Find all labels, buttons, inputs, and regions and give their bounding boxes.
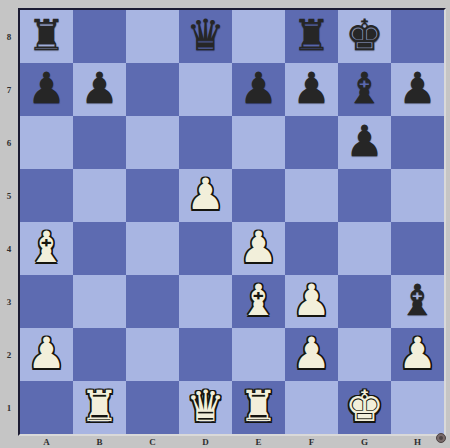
white-bishop-e3[interactable]: ♝ bbox=[239, 279, 278, 322]
file-label-c: C bbox=[126, 435, 179, 448]
square-g4[interactable] bbox=[338, 222, 391, 275]
file-label-d: D bbox=[179, 435, 232, 448]
chess-board: ♜♛♜♚♟♟♟♟♝♟♟♟♝♟♝♟♝♟♟♟♜♛♜♚ bbox=[20, 10, 444, 434]
square-a7[interactable]: ♟ bbox=[20, 63, 73, 116]
square-g2[interactable] bbox=[338, 328, 391, 381]
white-pawn-f3[interactable]: ♟ bbox=[292, 279, 331, 322]
square-f7[interactable]: ♟ bbox=[285, 63, 338, 116]
white-rook-b1[interactable]: ♜ bbox=[80, 385, 119, 428]
square-e1[interactable]: ♜ bbox=[232, 381, 285, 434]
square-a8[interactable]: ♜ bbox=[20, 10, 73, 63]
square-h7[interactable]: ♟ bbox=[391, 63, 444, 116]
white-pawn-e4[interactable]: ♟ bbox=[239, 226, 278, 269]
rank-label-1: 1 bbox=[0, 381, 18, 434]
black-pawn-h7[interactable]: ♟ bbox=[398, 67, 437, 110]
square-a6[interactable] bbox=[20, 116, 73, 169]
square-g8[interactable]: ♚ bbox=[338, 10, 391, 63]
square-d2[interactable] bbox=[179, 328, 232, 381]
square-f1[interactable] bbox=[285, 381, 338, 434]
file-label-e: E bbox=[232, 435, 285, 448]
square-d8[interactable]: ♛ bbox=[179, 10, 232, 63]
square-f2[interactable]: ♟ bbox=[285, 328, 338, 381]
square-h6[interactable] bbox=[391, 116, 444, 169]
square-e6[interactable] bbox=[232, 116, 285, 169]
white-pawn-f2[interactable]: ♟ bbox=[292, 332, 331, 375]
square-h4[interactable] bbox=[391, 222, 444, 275]
square-b8[interactable] bbox=[73, 10, 126, 63]
square-b5[interactable] bbox=[73, 169, 126, 222]
rank-label-4: 4 bbox=[0, 222, 18, 275]
file-label-g: G bbox=[338, 435, 391, 448]
white-king-g1[interactable]: ♚ bbox=[345, 385, 384, 428]
square-e2[interactable] bbox=[232, 328, 285, 381]
square-e7[interactable]: ♟ bbox=[232, 63, 285, 116]
square-d4[interactable] bbox=[179, 222, 232, 275]
black-rook-a8[interactable]: ♜ bbox=[27, 14, 66, 57]
square-g5[interactable] bbox=[338, 169, 391, 222]
black-pawn-e7[interactable]: ♟ bbox=[239, 67, 278, 110]
square-h1[interactable] bbox=[391, 381, 444, 434]
file-label-a: A bbox=[20, 435, 73, 448]
square-c5[interactable] bbox=[126, 169, 179, 222]
square-e8[interactable] bbox=[232, 10, 285, 63]
rank-label-7: 7 bbox=[0, 63, 18, 116]
square-c1[interactable] bbox=[126, 381, 179, 434]
square-g7[interactable]: ♝ bbox=[338, 63, 391, 116]
square-f6[interactable] bbox=[285, 116, 338, 169]
square-e3[interactable]: ♝ bbox=[232, 275, 285, 328]
square-c4[interactable] bbox=[126, 222, 179, 275]
square-a4[interactable]: ♝ bbox=[20, 222, 73, 275]
black-pawn-f7[interactable]: ♟ bbox=[292, 67, 331, 110]
chess-board-frame: ♜♛♜♚♟♟♟♟♝♟♟♟♝♟♝♟♝♟♟♟♜♛♜♚ bbox=[18, 8, 446, 436]
rank-label-2: 2 bbox=[0, 328, 18, 381]
file-label-f: F bbox=[285, 435, 338, 448]
square-c8[interactable] bbox=[126, 10, 179, 63]
square-b1[interactable]: ♜ bbox=[73, 381, 126, 434]
square-g6[interactable]: ♟ bbox=[338, 116, 391, 169]
corner-button[interactable] bbox=[436, 433, 446, 443]
square-a2[interactable]: ♟ bbox=[20, 328, 73, 381]
square-f4[interactable] bbox=[285, 222, 338, 275]
square-h3[interactable]: ♝ bbox=[391, 275, 444, 328]
black-rook-f8[interactable]: ♜ bbox=[292, 14, 331, 57]
black-pawn-b7[interactable]: ♟ bbox=[80, 67, 119, 110]
square-d3[interactable] bbox=[179, 275, 232, 328]
square-d1[interactable]: ♛ bbox=[179, 381, 232, 434]
square-a5[interactable] bbox=[20, 169, 73, 222]
rank-label-8: 8 bbox=[0, 10, 18, 63]
square-f5[interactable] bbox=[285, 169, 338, 222]
white-pawn-h2[interactable]: ♟ bbox=[398, 332, 437, 375]
rank-label-6: 6 bbox=[0, 116, 18, 169]
black-pawn-a7[interactable]: ♟ bbox=[27, 67, 66, 110]
square-a1[interactable] bbox=[20, 381, 73, 434]
black-bishop-g7[interactable]: ♝ bbox=[345, 67, 384, 110]
white-queen-d1[interactable]: ♛ bbox=[186, 385, 225, 428]
file-labels: ABCDEFGH bbox=[20, 435, 444, 448]
square-c2[interactable] bbox=[126, 328, 179, 381]
square-a3[interactable] bbox=[20, 275, 73, 328]
rank-label-5: 5 bbox=[0, 169, 18, 222]
square-e5[interactable] bbox=[232, 169, 285, 222]
white-bishop-a4[interactable]: ♝ bbox=[27, 226, 66, 269]
square-b3[interactable] bbox=[73, 275, 126, 328]
black-king-g8[interactable]: ♚ bbox=[345, 14, 384, 57]
square-d5[interactable]: ♟ bbox=[179, 169, 232, 222]
square-c6[interactable] bbox=[126, 116, 179, 169]
square-f8[interactable]: ♜ bbox=[285, 10, 338, 63]
square-h8[interactable] bbox=[391, 10, 444, 63]
square-d7[interactable] bbox=[179, 63, 232, 116]
black-pawn-g6[interactable]: ♟ bbox=[345, 120, 384, 163]
square-f3[interactable]: ♟ bbox=[285, 275, 338, 328]
square-c3[interactable] bbox=[126, 275, 179, 328]
white-rook-e1[interactable]: ♜ bbox=[239, 385, 278, 428]
white-pawn-d5[interactable]: ♟ bbox=[186, 173, 225, 216]
black-queen-d8[interactable]: ♛ bbox=[186, 14, 225, 57]
corner-dot-icon bbox=[439, 436, 443, 440]
square-e4[interactable]: ♟ bbox=[232, 222, 285, 275]
file-label-b: B bbox=[73, 435, 126, 448]
black-bishop-h3[interactable]: ♝ bbox=[398, 279, 437, 322]
square-b6[interactable] bbox=[73, 116, 126, 169]
square-d6[interactable] bbox=[179, 116, 232, 169]
chess-diagram-widget: 87654321 ♜♛♜♚♟♟♟♟♝♟♟♟♝♟♝♟♝♟♟♟♜♛♜♚ ABCDEF… bbox=[0, 0, 450, 448]
square-b7[interactable]: ♟ bbox=[73, 63, 126, 116]
square-b2[interactable] bbox=[73, 328, 126, 381]
square-g3[interactable] bbox=[338, 275, 391, 328]
rank-labels: 87654321 bbox=[0, 10, 18, 434]
square-h5[interactable] bbox=[391, 169, 444, 222]
white-pawn-a2[interactable]: ♟ bbox=[27, 332, 66, 375]
square-g1[interactable]: ♚ bbox=[338, 381, 391, 434]
square-b4[interactable] bbox=[73, 222, 126, 275]
rank-label-3: 3 bbox=[0, 275, 18, 328]
square-c7[interactable] bbox=[126, 63, 179, 116]
square-h2[interactable]: ♟ bbox=[391, 328, 444, 381]
